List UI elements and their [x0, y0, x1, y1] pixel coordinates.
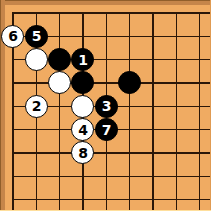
go-stone-black	[118, 71, 141, 94]
go-stone-white	[25, 48, 48, 71]
board-intersection: 1	[71, 48, 94, 71]
board-intersection	[25, 48, 48, 71]
go-stone-black-move-5: 5	[25, 25, 48, 48]
stones-layer: 65123478	[1, 1, 211, 211]
go-board-diagram: 65123478	[0, 0, 211, 211]
go-stone-white-move-6: 6	[1, 25, 24, 48]
board-intersection: 3	[95, 95, 118, 118]
board-intersection: 8	[71, 141, 94, 164]
go-stone-white-move-8: 8	[71, 141, 94, 164]
go-stone-black-move-1: 1	[71, 48, 94, 71]
board-intersection: 4	[71, 118, 94, 141]
go-stone-black	[71, 71, 94, 94]
board-intersection: 7	[95, 118, 118, 141]
crop-edge-right	[210, 0, 211, 211]
go-stone-white	[48, 71, 71, 94]
board-intersection	[71, 95, 94, 118]
board-intersection	[48, 48, 71, 71]
go-stone-white-move-2: 2	[25, 95, 48, 118]
board-intersection	[48, 71, 71, 94]
go-stone-black	[48, 48, 71, 71]
board-intersection	[118, 71, 141, 94]
go-stone-white	[71, 95, 94, 118]
board-intersection: 6	[1, 25, 24, 48]
crop-edge-bottom	[0, 210, 211, 211]
go-stone-black-move-7: 7	[95, 118, 118, 141]
go-stone-black-move-3: 3	[95, 95, 118, 118]
board-intersection: 2	[25, 95, 48, 118]
board-intersection	[71, 71, 94, 94]
go-stone-white-move-4: 4	[71, 118, 94, 141]
board-intersection: 5	[25, 25, 48, 48]
